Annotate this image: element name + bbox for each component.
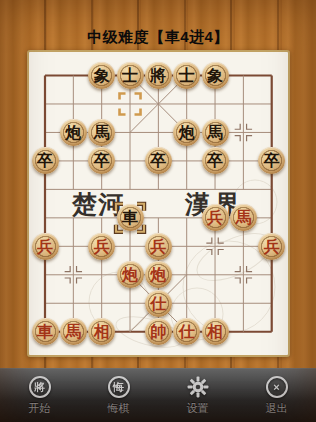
page-title: 中级难度【車4进4】 bbox=[0, 28, 316, 47]
gear-icon bbox=[186, 376, 210, 398]
toolbar-item-start[interactable]: 將 开始 bbox=[10, 369, 70, 416]
piece-black-馬-r2c2[interactable]: 馬 bbox=[88, 119, 115, 146]
piece-red-兵-r5c6[interactable]: 兵 bbox=[202, 204, 229, 231]
piece-black-車-r5c3[interactable]: 車 bbox=[117, 204, 144, 231]
toolbar-item-undo[interactable]: 悔 悔棋 bbox=[89, 369, 149, 416]
toolbar-item-settings[interactable]: 设置 bbox=[168, 369, 228, 416]
start-label: 开始 bbox=[29, 401, 51, 416]
piece-black-炮-r2c5[interactable]: 炮 bbox=[173, 119, 200, 146]
piece-black-士-r0c3[interactable]: 士 bbox=[117, 62, 144, 89]
exit-label: 退出 bbox=[266, 401, 288, 416]
piece-black-卒-r3c8[interactable]: 卒 bbox=[258, 147, 285, 174]
piece-black-象-r0c6[interactable]: 象 bbox=[202, 62, 229, 89]
piece-black-馬-r2c6[interactable]: 馬 bbox=[202, 119, 229, 146]
piece-red-兵-r6c4[interactable]: 兵 bbox=[145, 233, 172, 260]
piece-red-兵-r6c0[interactable]: 兵 bbox=[32, 233, 59, 260]
piece-red-相-r9c6[interactable]: 相 bbox=[202, 318, 229, 345]
piece-red-兵-r6c8[interactable]: 兵 bbox=[258, 233, 285, 260]
piece-red-炮-r7c3[interactable]: 炮 bbox=[117, 261, 144, 288]
piece-red-相-r9c2[interactable]: 相 bbox=[88, 318, 115, 345]
piece-black-士-r0c5[interactable]: 士 bbox=[173, 62, 200, 89]
piece-black-卒-r3c6[interactable]: 卒 bbox=[202, 147, 229, 174]
undo-icon: 悔 bbox=[108, 376, 130, 398]
piece-red-帥-r9c4[interactable]: 帥 bbox=[145, 318, 172, 345]
board-pieces: 象士將士象炮馬炮馬卒卒卒卒卒車兵馬兵兵兵兵炮炮仕車馬相帥仕相 bbox=[29, 52, 288, 355]
start-icon: 將 bbox=[29, 376, 51, 398]
piece-black-卒-r3c2[interactable]: 卒 bbox=[88, 147, 115, 174]
piece-red-車-r9c0[interactable]: 車 bbox=[32, 318, 59, 345]
piece-red-仕-r9c5[interactable]: 仕 bbox=[173, 318, 200, 345]
piece-red-炮-r7c4[interactable]: 炮 bbox=[145, 261, 172, 288]
settings-label: 设置 bbox=[187, 401, 209, 416]
piece-red-馬-r9c1[interactable]: 馬 bbox=[60, 318, 87, 345]
piece-red-仕-r8c4[interactable]: 仕 bbox=[145, 290, 172, 317]
piece-red-馬-r5c7[interactable]: 馬 bbox=[230, 204, 257, 231]
undo-label: 悔棋 bbox=[108, 401, 130, 416]
piece-black-炮-r2c1[interactable]: 炮 bbox=[60, 119, 87, 146]
piece-black-卒-r3c4[interactable]: 卒 bbox=[145, 147, 172, 174]
exit-x-icon: × bbox=[266, 376, 288, 398]
piece-red-兵-r6c2[interactable]: 兵 bbox=[88, 233, 115, 260]
xiangqi-board[interactable]: 楚河 漢界 象士將士象炮馬炮馬卒卒卒卒卒車兵馬兵兵兵兵炮炮仕車馬相帥仕相 bbox=[27, 50, 290, 357]
piece-black-卒-r3c0[interactable]: 卒 bbox=[32, 147, 59, 174]
piece-black-將-r0c4[interactable]: 將 bbox=[145, 62, 172, 89]
toolbar: 將 开始 悔 悔棋 设置 × 退出 bbox=[0, 368, 316, 422]
toolbar-item-exit[interactable]: × 退出 bbox=[247, 369, 307, 416]
piece-black-象-r0c2[interactable]: 象 bbox=[88, 62, 115, 89]
